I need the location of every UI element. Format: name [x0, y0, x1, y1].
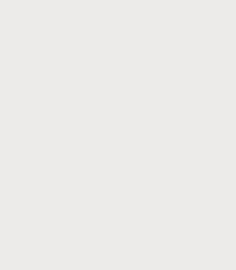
photo-scene [0, 0, 236, 270]
stones-group [0, 0, 236, 270]
